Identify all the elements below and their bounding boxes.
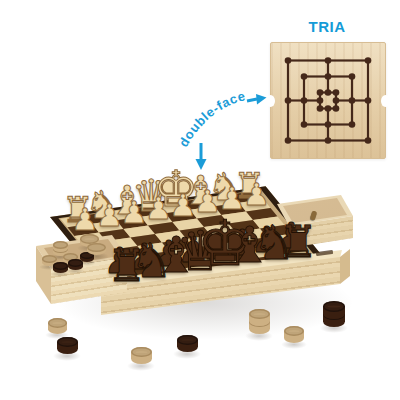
dark-checker (323, 301, 345, 319)
finger-notch-right (381, 95, 390, 107)
light-checker (53, 241, 68, 252)
double-face-label: double-face (176, 88, 247, 149)
arrow-right-icon (247, 94, 267, 105)
light-pawn: ♟ (120, 198, 147, 229)
dark-rook: ♜ (279, 220, 318, 264)
finger-notch-left (266, 95, 275, 107)
light-checker (249, 309, 270, 327)
light-pawn: ♟ (169, 191, 196, 222)
dark-checker (177, 335, 198, 353)
light-checker (48, 318, 67, 334)
light-pawn: ♟ (96, 201, 123, 232)
light-pawn: ♟ (71, 205, 98, 236)
dark-checker (57, 337, 78, 355)
nine-mens-morris-diagram (278, 49, 378, 152)
light-checker (131, 347, 152, 365)
tria-morris-board (270, 42, 386, 159)
tria-board-label: TRIA (270, 18, 384, 35)
light-checker (284, 326, 304, 343)
light-pawn: ♟ (145, 194, 172, 225)
product-photo: TRIA double-face ♜♞♝♛♚♝♞♜ (0, 0, 400, 400)
